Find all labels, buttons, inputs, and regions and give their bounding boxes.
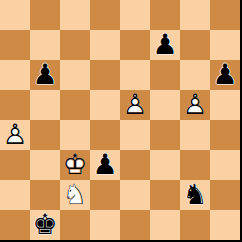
square-e3[interactable] xyxy=(120,150,150,180)
square-e8[interactable] xyxy=(120,0,150,30)
black-pawn-glyph: ♟ xyxy=(30,60,60,90)
square-f1[interactable] xyxy=(150,210,180,240)
white-king[interactable]: ♚♔ xyxy=(60,150,90,180)
square-b3[interactable] xyxy=(30,150,60,180)
square-f8[interactable] xyxy=(150,0,180,30)
white-knight-outline-glyph: ♘ xyxy=(60,180,90,210)
black-knight[interactable]: ♞ xyxy=(180,180,210,210)
square-e1[interactable] xyxy=(120,210,150,240)
square-g6[interactable] xyxy=(180,60,210,90)
square-a7[interactable] xyxy=(0,30,30,60)
black-pawn[interactable]: ♟ xyxy=(30,60,60,90)
square-c8[interactable] xyxy=(60,0,90,30)
square-c1[interactable] xyxy=(60,210,90,240)
square-h6[interactable]: ♟ xyxy=(210,60,240,90)
black-knight-glyph: ♞ xyxy=(180,180,210,210)
square-c5[interactable] xyxy=(60,90,90,120)
square-h1[interactable] xyxy=(210,210,240,240)
square-h5[interactable] xyxy=(210,90,240,120)
square-g3[interactable] xyxy=(180,150,210,180)
square-d6[interactable] xyxy=(90,60,120,90)
square-f7[interactable]: ♟ xyxy=(150,30,180,60)
square-b6[interactable]: ♟ xyxy=(30,60,60,90)
square-a3[interactable] xyxy=(0,150,30,180)
square-h7[interactable] xyxy=(210,30,240,60)
black-king[interactable]: ♚ xyxy=(30,210,60,240)
black-pawn-glyph: ♟ xyxy=(150,30,180,60)
square-g4[interactable] xyxy=(180,120,210,150)
white-pawn-outline-glyph: ♙ xyxy=(120,90,150,120)
square-g5[interactable]: ♟♙ xyxy=(180,90,210,120)
square-c2[interactable]: ♞♘ xyxy=(60,180,90,210)
white-pawn[interactable]: ♟♙ xyxy=(0,120,30,150)
chess-board: ♟♟♟♟♙♟♙♟♙♚♔♟♞♘♞♚ xyxy=(0,0,242,242)
square-b7[interactable] xyxy=(30,30,60,60)
square-f6[interactable] xyxy=(150,60,180,90)
square-a1[interactable] xyxy=(0,210,30,240)
square-e5[interactable]: ♟♙ xyxy=(120,90,150,120)
square-d7[interactable] xyxy=(90,30,120,60)
white-knight[interactable]: ♞♘ xyxy=(60,180,90,210)
square-d1[interactable] xyxy=(90,210,120,240)
square-b8[interactable] xyxy=(30,0,60,30)
black-pawn-glyph: ♟ xyxy=(90,150,120,180)
square-h2[interactable] xyxy=(210,180,240,210)
square-f5[interactable] xyxy=(150,90,180,120)
square-g2[interactable]: ♞ xyxy=(180,180,210,210)
white-king-outline-glyph: ♔ xyxy=(60,150,90,180)
square-a8[interactable] xyxy=(0,0,30,30)
square-e4[interactable] xyxy=(120,120,150,150)
square-h4[interactable] xyxy=(210,120,240,150)
square-b4[interactable] xyxy=(30,120,60,150)
square-c7[interactable] xyxy=(60,30,90,60)
black-pawn-glyph: ♟ xyxy=(210,60,240,90)
square-e2[interactable] xyxy=(120,180,150,210)
square-g8[interactable] xyxy=(180,0,210,30)
square-a4[interactable]: ♟♙ xyxy=(0,120,30,150)
square-d2[interactable] xyxy=(90,180,120,210)
square-c4[interactable] xyxy=(60,120,90,150)
white-pawn[interactable]: ♟♙ xyxy=(180,90,210,120)
white-pawn[interactable]: ♟♙ xyxy=(120,90,150,120)
square-e6[interactable] xyxy=(120,60,150,90)
square-a2[interactable] xyxy=(0,180,30,210)
square-d8[interactable] xyxy=(90,0,120,30)
square-f4[interactable] xyxy=(150,120,180,150)
square-d3[interactable]: ♟ xyxy=(90,150,120,180)
black-king-glyph: ♚ xyxy=(30,210,60,240)
square-a6[interactable] xyxy=(0,60,30,90)
square-c6[interactable] xyxy=(60,60,90,90)
square-h8[interactable] xyxy=(210,0,240,30)
square-g7[interactable] xyxy=(180,30,210,60)
square-e7[interactable] xyxy=(120,30,150,60)
white-pawn-outline-glyph: ♙ xyxy=(180,90,210,120)
square-f3[interactable] xyxy=(150,150,180,180)
square-f2[interactable] xyxy=(150,180,180,210)
square-d4[interactable] xyxy=(90,120,120,150)
square-g1[interactable] xyxy=(180,210,210,240)
square-d5[interactable] xyxy=(90,90,120,120)
square-b1[interactable]: ♚ xyxy=(30,210,60,240)
square-h3[interactable] xyxy=(210,150,240,180)
square-b2[interactable] xyxy=(30,180,60,210)
black-pawn[interactable]: ♟ xyxy=(90,150,120,180)
square-c3[interactable]: ♚♔ xyxy=(60,150,90,180)
white-pawn-outline-glyph: ♙ xyxy=(0,120,30,150)
black-pawn[interactable]: ♟ xyxy=(150,30,180,60)
black-pawn[interactable]: ♟ xyxy=(210,60,240,90)
square-b5[interactable] xyxy=(30,90,60,120)
square-a5[interactable] xyxy=(0,90,30,120)
